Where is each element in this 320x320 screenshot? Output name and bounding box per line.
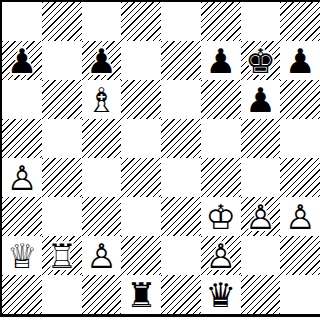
square-g8[interactable] xyxy=(241,2,281,41)
square-a3[interactable] xyxy=(2,197,42,236)
square-b2[interactable]: ♜♖ xyxy=(42,236,82,275)
square-h6[interactable] xyxy=(280,80,320,119)
piece-black-king: ♚♚ xyxy=(241,41,281,80)
white-queen-icon: ♕ xyxy=(7,239,37,273)
white-bishop-icon: ♗ xyxy=(86,83,116,117)
piece-black-pawn: ♟♟ xyxy=(82,41,122,80)
square-h5[interactable] xyxy=(280,119,320,158)
square-c3[interactable] xyxy=(82,197,122,236)
square-c7[interactable]: ♟♟ xyxy=(82,41,122,80)
piece-white-queen: ♛♕ xyxy=(2,236,42,275)
square-e1[interactable] xyxy=(161,275,201,314)
black-pawn-icon: ♟ xyxy=(285,44,315,78)
square-g4[interactable] xyxy=(241,158,281,197)
square-a6[interactable] xyxy=(2,80,42,119)
square-g7[interactable]: ♚♚ xyxy=(241,41,281,80)
square-d3[interactable] xyxy=(121,197,161,236)
square-e3[interactable] xyxy=(161,197,201,236)
square-a4[interactable]: ♟♙ xyxy=(2,158,42,197)
square-d7[interactable] xyxy=(121,41,161,80)
square-f7[interactable]: ♟♟ xyxy=(201,41,241,80)
white-pawn-icon: ♙ xyxy=(86,239,116,273)
piece-black-pawn: ♟♟ xyxy=(280,41,320,80)
white-pawn-icon: ♙ xyxy=(245,200,275,234)
piece-white-bishop: ♝♗ xyxy=(82,80,122,119)
piece-black-rook: ♜♜ xyxy=(121,275,161,314)
square-c5[interactable] xyxy=(82,119,122,158)
chess-board: ♟♟♟♟♟♟♚♚♟♟♝♗♟♟♟♙♚♔♟♙♟♙♛♕♜♖♟♙♟♙♜♜♛♛ xyxy=(0,0,320,317)
square-b5[interactable] xyxy=(42,119,82,158)
piece-white-pawn: ♟♙ xyxy=(82,236,122,275)
square-f8[interactable] xyxy=(201,2,241,41)
square-c8[interactable] xyxy=(82,2,122,41)
square-g5[interactable] xyxy=(241,119,281,158)
square-c2[interactable]: ♟♙ xyxy=(82,236,122,275)
white-king-icon: ♔ xyxy=(205,200,235,234)
square-d5[interactable] xyxy=(121,119,161,158)
square-f4[interactable] xyxy=(201,158,241,197)
square-e4[interactable] xyxy=(161,158,201,197)
piece-white-pawn: ♟♙ xyxy=(241,197,281,236)
piece-black-pawn: ♟♟ xyxy=(241,80,281,119)
square-h2[interactable] xyxy=(280,236,320,275)
square-g2[interactable] xyxy=(241,236,281,275)
square-e5[interactable] xyxy=(161,119,201,158)
square-c1[interactable] xyxy=(82,275,122,314)
black-pawn-icon: ♟ xyxy=(7,44,37,78)
square-f6[interactable] xyxy=(201,80,241,119)
piece-white-rook: ♜♖ xyxy=(42,236,82,275)
square-h4[interactable] xyxy=(280,158,320,197)
square-d8[interactable] xyxy=(121,2,161,41)
piece-black-pawn: ♟♟ xyxy=(201,41,241,80)
white-pawn-icon: ♙ xyxy=(285,200,315,234)
square-e6[interactable] xyxy=(161,80,201,119)
square-b1[interactable] xyxy=(42,275,82,314)
square-a2[interactable]: ♛♕ xyxy=(2,236,42,275)
black-queen-icon: ♛ xyxy=(205,278,235,312)
square-d1[interactable]: ♜♜ xyxy=(121,275,161,314)
square-d6[interactable] xyxy=(121,80,161,119)
piece-white-king: ♚♔ xyxy=(201,197,241,236)
piece-white-pawn: ♟♙ xyxy=(280,197,320,236)
square-e7[interactable] xyxy=(161,41,201,80)
square-h1[interactable] xyxy=(280,275,320,314)
piece-white-pawn: ♟♙ xyxy=(201,236,241,275)
square-c6[interactable]: ♝♗ xyxy=(82,80,122,119)
white-pawn-icon: ♙ xyxy=(7,161,37,195)
square-a5[interactable] xyxy=(2,119,42,158)
square-g6[interactable]: ♟♟ xyxy=(241,80,281,119)
square-b3[interactable] xyxy=(42,197,82,236)
white-pawn-icon: ♙ xyxy=(205,239,235,273)
black-pawn-icon: ♟ xyxy=(205,44,235,78)
square-b7[interactable] xyxy=(42,41,82,80)
square-f1[interactable]: ♛♛ xyxy=(201,275,241,314)
square-d4[interactable] xyxy=(121,158,161,197)
square-b8[interactable] xyxy=(42,2,82,41)
square-d2[interactable] xyxy=(121,236,161,275)
piece-white-pawn: ♟♙ xyxy=(2,158,42,197)
square-f3[interactable]: ♚♔ xyxy=(201,197,241,236)
square-e2[interactable] xyxy=(161,236,201,275)
square-h8[interactable] xyxy=(280,2,320,41)
square-g1[interactable] xyxy=(241,275,281,314)
black-pawn-icon: ♟ xyxy=(245,83,275,117)
piece-black-pawn: ♟♟ xyxy=(2,41,42,80)
square-h3[interactable]: ♟♙ xyxy=(280,197,320,236)
square-e8[interactable] xyxy=(161,2,201,41)
square-g3[interactable]: ♟♙ xyxy=(241,197,281,236)
square-c4[interactable] xyxy=(82,158,122,197)
square-b6[interactable] xyxy=(42,80,82,119)
white-rook-icon: ♖ xyxy=(46,239,76,273)
black-rook-icon: ♜ xyxy=(126,278,156,312)
square-a1[interactable] xyxy=(2,275,42,314)
square-h7[interactable]: ♟♟ xyxy=(280,41,320,80)
square-b4[interactable] xyxy=(42,158,82,197)
piece-black-queen: ♛♛ xyxy=(201,275,241,314)
black-king-icon: ♚ xyxy=(245,44,275,78)
black-pawn-icon: ♟ xyxy=(86,44,116,78)
square-a8[interactable] xyxy=(2,2,42,41)
square-f5[interactable] xyxy=(201,119,241,158)
square-a7[interactable]: ♟♟ xyxy=(2,41,42,80)
square-f2[interactable]: ♟♙ xyxy=(201,236,241,275)
